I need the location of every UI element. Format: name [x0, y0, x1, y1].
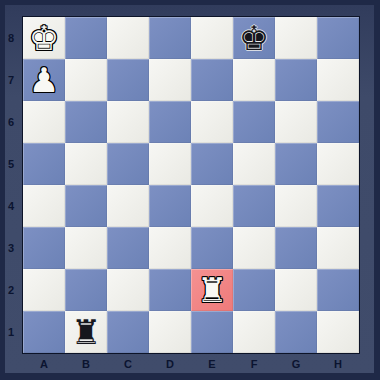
square-c7[interactable]: [107, 59, 149, 101]
square-c8[interactable]: [107, 17, 149, 59]
square-d5[interactable]: [149, 143, 191, 185]
square-g6[interactable]: [275, 101, 317, 143]
square-b7[interactable]: [65, 59, 107, 101]
square-b8[interactable]: [65, 17, 107, 59]
square-b4[interactable]: [65, 185, 107, 227]
square-e6[interactable]: [191, 101, 233, 143]
square-a2[interactable]: [23, 269, 65, 311]
square-e8[interactable]: [191, 17, 233, 59]
square-d1[interactable]: [149, 311, 191, 353]
square-g2[interactable]: [275, 269, 317, 311]
square-g1[interactable]: [275, 311, 317, 353]
square-h1[interactable]: [317, 311, 359, 353]
rank-label-8: 8: [0, 17, 22, 59]
square-d4[interactable]: [149, 185, 191, 227]
square-f6[interactable]: [233, 101, 275, 143]
rank-label-2: 2: [0, 269, 22, 311]
square-d3[interactable]: [149, 227, 191, 269]
square-d8[interactable]: [149, 17, 191, 59]
rank-label-5: 5: [0, 143, 22, 185]
rank-label-3: 3: [0, 227, 22, 269]
file-label-f: F: [233, 355, 275, 372]
square-f1[interactable]: [233, 311, 275, 353]
square-e4[interactable]: [191, 185, 233, 227]
square-e3[interactable]: [191, 227, 233, 269]
square-a6[interactable]: [23, 101, 65, 143]
square-c3[interactable]: [107, 227, 149, 269]
chessboard-frame: 87654321 ABCDEFGH ♚♚♟♜♜: [0, 0, 380, 380]
square-h4[interactable]: [317, 185, 359, 227]
square-g7[interactable]: [275, 59, 317, 101]
square-h5[interactable]: [317, 143, 359, 185]
square-a8[interactable]: ♚: [23, 17, 65, 59]
square-e1[interactable]: [191, 311, 233, 353]
square-b3[interactable]: [65, 227, 107, 269]
square-c4[interactable]: [107, 185, 149, 227]
square-g8[interactable]: [275, 17, 317, 59]
square-f5[interactable]: [233, 143, 275, 185]
rank-label-6: 6: [0, 101, 22, 143]
square-b2[interactable]: [65, 269, 107, 311]
chess-board[interactable]: ♚♚♟♜♜: [22, 16, 360, 354]
square-h6[interactable]: [317, 101, 359, 143]
square-f4[interactable]: [233, 185, 275, 227]
file-label-a: A: [23, 355, 65, 372]
square-b6[interactable]: [65, 101, 107, 143]
square-f7[interactable]: [233, 59, 275, 101]
square-d6[interactable]: [149, 101, 191, 143]
square-h8[interactable]: [317, 17, 359, 59]
square-h3[interactable]: [317, 227, 359, 269]
square-c1[interactable]: [107, 311, 149, 353]
file-labels: ABCDEFGH: [23, 355, 359, 372]
file-label-g: G: [275, 355, 317, 372]
piece-white-rook-e2[interactable]: ♜: [191, 269, 233, 311]
file-label-c: C: [107, 355, 149, 372]
rank-label-7: 7: [0, 59, 22, 101]
rank-label-4: 4: [0, 185, 22, 227]
square-a4[interactable]: [23, 185, 65, 227]
square-g4[interactable]: [275, 185, 317, 227]
square-f8[interactable]: ♚: [233, 17, 275, 59]
square-g3[interactable]: [275, 227, 317, 269]
square-a3[interactable]: [23, 227, 65, 269]
square-c2[interactable]: [107, 269, 149, 311]
square-e5[interactable]: [191, 143, 233, 185]
square-e2[interactable]: ♜: [191, 269, 233, 311]
square-b1[interactable]: ♜: [65, 311, 107, 353]
file-label-d: D: [149, 355, 191, 372]
piece-white-pawn-a7[interactable]: ♟: [23, 59, 65, 101]
square-b5[interactable]: [65, 143, 107, 185]
piece-black-rook-b1[interactable]: ♜: [65, 311, 107, 353]
square-a1[interactable]: [23, 311, 65, 353]
square-e7[interactable]: [191, 59, 233, 101]
piece-white-king-a8[interactable]: ♚: [23, 17, 65, 59]
square-g5[interactable]: [275, 143, 317, 185]
file-label-b: B: [65, 355, 107, 372]
square-h7[interactable]: [317, 59, 359, 101]
rank-labels: 87654321: [0, 17, 22, 353]
file-label-e: E: [191, 355, 233, 372]
square-c5[interactable]: [107, 143, 149, 185]
square-f3[interactable]: [233, 227, 275, 269]
square-d7[interactable]: [149, 59, 191, 101]
square-d2[interactable]: [149, 269, 191, 311]
rank-label-1: 1: [0, 311, 22, 353]
square-f2[interactable]: [233, 269, 275, 311]
square-a5[interactable]: [23, 143, 65, 185]
square-h2[interactable]: [317, 269, 359, 311]
piece-black-king-f8[interactable]: ♚: [233, 17, 275, 59]
square-c6[interactable]: [107, 101, 149, 143]
square-a7[interactable]: ♟: [23, 59, 65, 101]
file-label-h: H: [317, 355, 359, 372]
